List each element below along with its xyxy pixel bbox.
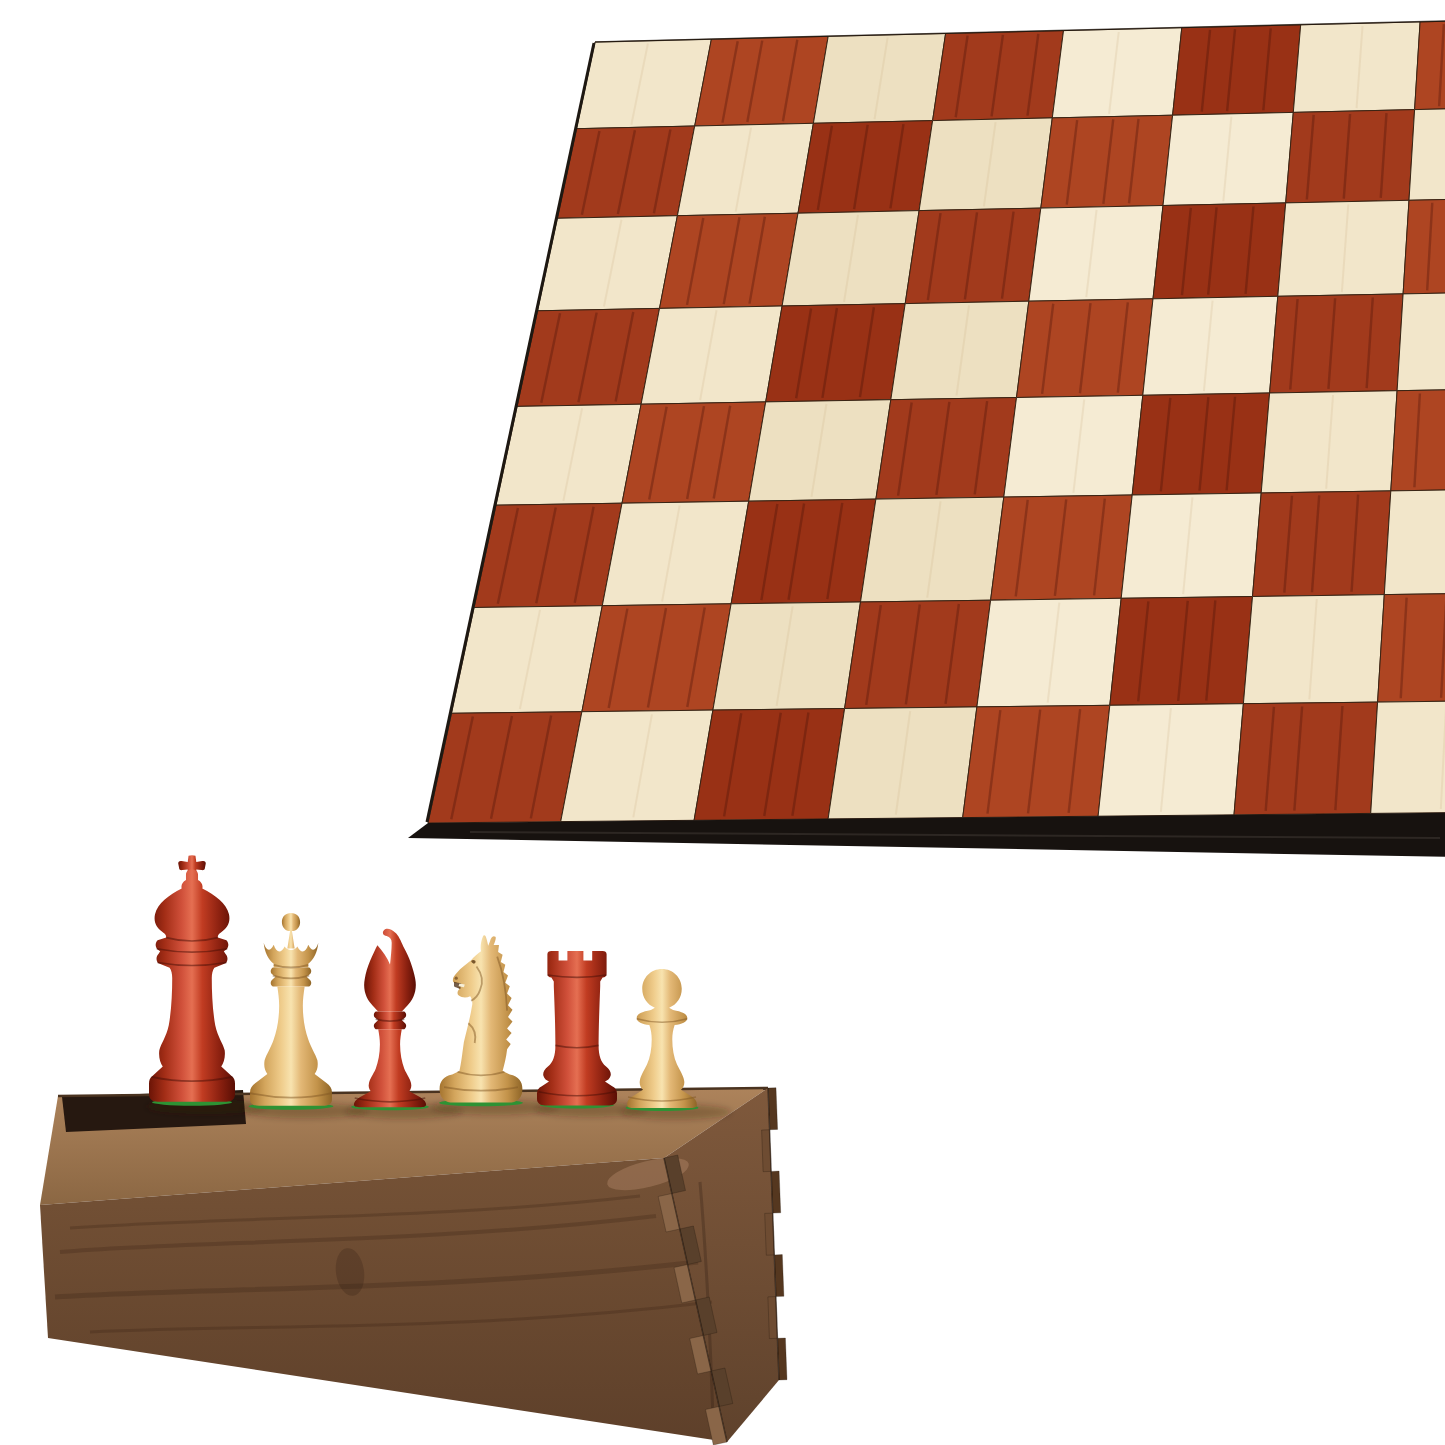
box-front-face bbox=[40, 1158, 727, 1442]
board-square-r4c6 bbox=[1143, 296, 1278, 395]
product-photo: Red padauk and maple chessboard shown in… bbox=[0, 0, 1445, 1445]
board-square-r2c8 bbox=[1409, 107, 1445, 200]
board-square-r5c1 bbox=[496, 404, 641, 505]
piece-knight-body bbox=[440, 935, 523, 1102]
board-square-r5c2 bbox=[622, 402, 766, 503]
scene-svg: Red padauk and maple chessboard shown in… bbox=[0, 0, 1445, 1445]
knight-nostril bbox=[455, 977, 458, 980]
board-square-r6c3 bbox=[731, 499, 876, 604]
board-square-r1c3 bbox=[813, 34, 945, 124]
piece-knight bbox=[439, 935, 523, 1106]
piece-queen-body bbox=[282, 913, 300, 948]
piece-rook bbox=[537, 951, 617, 1108]
board-square-r3c2 bbox=[660, 213, 799, 308]
board-square-r4c7 bbox=[1270, 294, 1404, 393]
board-square-r8c1 bbox=[428, 712, 582, 823]
board-square-r6c7 bbox=[1253, 491, 1391, 597]
board-square-r7c6 bbox=[1110, 597, 1253, 706]
board-square-r3c4 bbox=[905, 208, 1041, 304]
piece-queen bbox=[249, 913, 334, 1110]
piece-bishop bbox=[351, 929, 429, 1110]
board-square-r6c8 bbox=[1384, 489, 1445, 595]
board-square-r4c2 bbox=[641, 306, 782, 404]
board-square-r8c7 bbox=[1234, 702, 1378, 815]
piece-king-body bbox=[149, 870, 235, 1102]
board-square-r1c1 bbox=[577, 39, 712, 129]
board-square-r8c2 bbox=[561, 710, 713, 822]
board-square-r2c5 bbox=[1041, 115, 1173, 208]
piece-king bbox=[149, 855, 235, 1105]
board-square-r8c6 bbox=[1098, 704, 1243, 817]
chessmen bbox=[149, 855, 699, 1111]
piece-rook-body bbox=[537, 951, 617, 1105]
board-square-r3c1 bbox=[538, 216, 678, 311]
board-square-r8c5 bbox=[963, 705, 1110, 817]
board-square-r2c2 bbox=[677, 123, 813, 215]
board-square-r6c2 bbox=[602, 501, 748, 606]
board-square-r4c4 bbox=[891, 301, 1029, 400]
board-square-r8c8 bbox=[1371, 700, 1445, 813]
board-square-r5c4 bbox=[876, 398, 1017, 500]
board-square-r3c8 bbox=[1403, 198, 1445, 294]
board-square-r7c8 bbox=[1378, 593, 1445, 702]
chessboard bbox=[408, 19, 1445, 858]
board-square-r1c6 bbox=[1173, 25, 1301, 115]
storage-box bbox=[40, 1088, 787, 1445]
board-square-r7c3 bbox=[713, 602, 861, 710]
piece-pawn-body bbox=[627, 969, 697, 1108]
piece-bishop-body bbox=[364, 929, 416, 1012]
board-square-r8c3 bbox=[694, 709, 845, 821]
board-square-r6c1 bbox=[474, 503, 622, 607]
piece-bishop-body bbox=[354, 1029, 426, 1107]
board-square-r5c5 bbox=[1004, 395, 1143, 497]
board-square-r6c4 bbox=[861, 497, 1004, 602]
board-square-r3c6 bbox=[1153, 203, 1286, 299]
piece-queen-body bbox=[250, 987, 332, 1106]
board-square-r7c1 bbox=[452, 606, 603, 714]
board-square-r4c8 bbox=[1397, 292, 1445, 391]
